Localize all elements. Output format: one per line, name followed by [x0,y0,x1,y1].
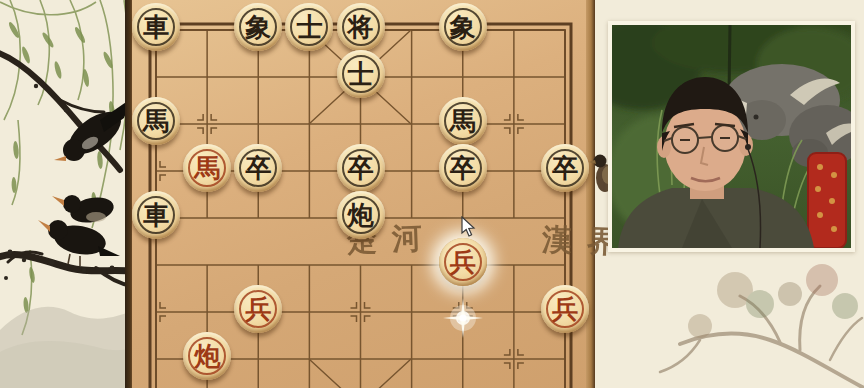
xiangqi-board[interactable]: 楚河 漢界 [125,0,595,388]
red-chair [808,153,846,248]
ink-tree-decoration [640,260,864,388]
ink-painting-decoration [0,0,140,388]
willow-branches [0,0,129,335]
board-grid [125,0,595,388]
stream-stage: 楚河 漢界 車象士将象士馬馬馬卒卒卒卒車炮兵兵兵炮 [0,0,864,388]
board-left-edge [125,0,132,388]
river-label-chu: 楚河 [346,217,437,261]
webcam-video [612,25,851,248]
webcam-panel [608,21,855,252]
mist-mountains [0,307,140,388]
